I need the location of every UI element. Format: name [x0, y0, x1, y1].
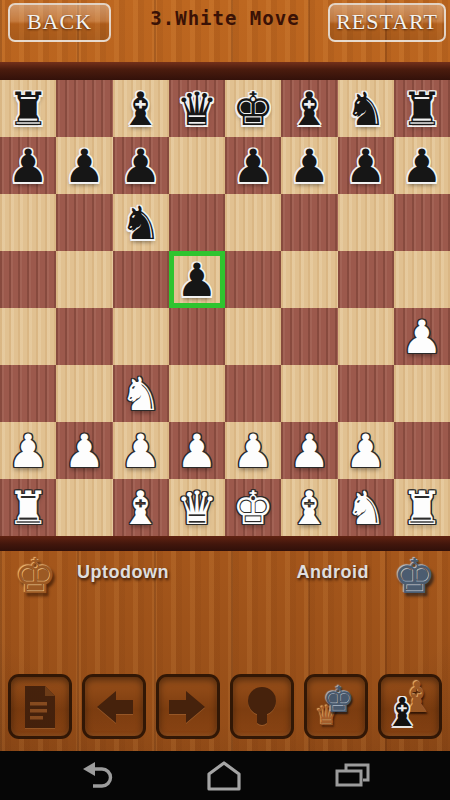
- square-b3[interactable]: [56, 365, 112, 422]
- square-h8[interactable]: ♜: [394, 80, 450, 137]
- square-f8[interactable]: ♝: [281, 80, 337, 137]
- square-b1[interactable]: [56, 479, 112, 536]
- piece-e2-wP: ♟: [225, 422, 281, 479]
- square-g4[interactable]: [338, 308, 394, 365]
- nav-home-icon[interactable]: [204, 761, 244, 791]
- chess-app-screen: BACK 3.White Move RESTART ♜♝♛♚♝♞♜♟♟♟♟♟♟♟…: [0, 0, 450, 800]
- square-a1[interactable]: ♜: [0, 479, 56, 536]
- move-list-icon: [22, 684, 58, 730]
- undo-move-button[interactable]: [82, 674, 146, 739]
- square-a3[interactable]: [0, 365, 56, 422]
- restart-button[interactable]: RESTART: [328, 3, 446, 42]
- square-c1[interactable]: ♝: [113, 479, 169, 536]
- square-f2[interactable]: ♟: [281, 422, 337, 479]
- square-b8[interactable]: [56, 80, 112, 137]
- small-steel-king-icon: ♚: [323, 682, 355, 718]
- square-e4[interactable]: [225, 308, 281, 365]
- square-h4[interactable]: ♟: [394, 308, 450, 365]
- square-d1[interactable]: ♛: [169, 479, 225, 536]
- square-g3[interactable]: [338, 365, 394, 422]
- board-top-edge: [0, 62, 450, 80]
- square-g7[interactable]: ♟: [338, 137, 394, 194]
- square-h7[interactable]: ♟: [394, 137, 450, 194]
- piece-e7-bP: ♟: [225, 137, 281, 194]
- board-bottom-edge: [0, 536, 450, 551]
- square-a8[interactable]: ♜: [0, 80, 56, 137]
- square-f3[interactable]: [281, 365, 337, 422]
- square-h1[interactable]: ♜: [394, 479, 450, 536]
- black-2d-bishop-icon: ♝: [384, 692, 420, 732]
- nav-recents-icon[interactable]: [333, 761, 371, 791]
- piece-h4-wP: ♟: [394, 308, 450, 365]
- square-d7[interactable]: [169, 137, 225, 194]
- redo-arrow-icon: [167, 689, 209, 725]
- piece-set-3d-button[interactable]: ♛ ♚: [304, 674, 368, 739]
- piece-b2-wP: ♟: [56, 422, 112, 479]
- move-list-button[interactable]: [8, 674, 72, 739]
- piece-a7-bP: ♟: [0, 137, 56, 194]
- bottom-toolbar: ♛ ♚ ♝ ♝: [0, 674, 450, 740]
- piece-g2-wP: ♟: [338, 422, 394, 479]
- square-f5[interactable]: [281, 251, 337, 308]
- piece-f8-bB: ♝: [281, 80, 337, 137]
- piece-c7-bP: ♟: [113, 137, 169, 194]
- piece-e1-wK: ♚: [225, 479, 281, 536]
- square-c2[interactable]: ♟: [113, 422, 169, 479]
- square-b2[interactable]: ♟: [56, 422, 112, 479]
- square-c6[interactable]: ♞: [113, 194, 169, 251]
- piece-e8-bK: ♚: [225, 80, 281, 137]
- square-b4[interactable]: [56, 308, 112, 365]
- square-f6[interactable]: [281, 194, 337, 251]
- square-e5[interactable]: [225, 251, 281, 308]
- square-b6[interactable]: [56, 194, 112, 251]
- piece-a8-bR: ♜: [0, 80, 56, 137]
- piece-h1-wR: ♜: [394, 479, 450, 536]
- square-c4[interactable]: [113, 308, 169, 365]
- square-g1[interactable]: ♞: [338, 479, 394, 536]
- square-a6[interactable]: [0, 194, 56, 251]
- piece-a1-wR: ♜: [0, 479, 56, 536]
- square-d8[interactable]: ♛: [169, 80, 225, 137]
- square-h6[interactable]: [394, 194, 450, 251]
- square-e8[interactable]: ♚: [225, 80, 281, 137]
- piece-f2-wP: ♟: [281, 422, 337, 479]
- piece-c3-wN: ♞: [113, 365, 169, 422]
- white-player-name: Uptodown: [77, 562, 169, 583]
- hint-button[interactable]: [230, 674, 294, 739]
- piece-g1-wN: ♞: [338, 479, 394, 536]
- square-e1[interactable]: ♚: [225, 479, 281, 536]
- square-g2[interactable]: ♟: [338, 422, 394, 479]
- square-a4[interactable]: [0, 308, 56, 365]
- piece-c2-wP: ♟: [113, 422, 169, 479]
- brown-3d-bishop-icon: ♝: [398, 677, 436, 719]
- piece-set-2d-button[interactable]: ♝ ♝: [378, 674, 442, 739]
- square-f1[interactable]: ♝: [281, 479, 337, 536]
- piece-g8-bN: ♞: [338, 80, 394, 137]
- square-d4[interactable]: [169, 308, 225, 365]
- square-h2[interactable]: [394, 422, 450, 479]
- piece-d1-wQ: ♛: [169, 479, 225, 536]
- white-player-king-icon: ♚: [14, 550, 57, 602]
- square-a5[interactable]: [0, 251, 56, 308]
- piece-c1-wB: ♝: [113, 479, 169, 536]
- square-d6[interactable]: [169, 194, 225, 251]
- piece-d5-bP: ♟: [169, 251, 225, 308]
- square-h3[interactable]: [394, 365, 450, 422]
- android-nav-bar: [0, 751, 450, 800]
- square-c8[interactable]: ♝: [113, 80, 169, 137]
- piece-h7-bP: ♟: [394, 137, 450, 194]
- square-a2[interactable]: ♟: [0, 422, 56, 479]
- square-c7[interactable]: ♟: [113, 137, 169, 194]
- piece-f1-wB: ♝: [281, 479, 337, 536]
- black-player-name: Android: [296, 562, 369, 583]
- nav-back-icon[interactable]: [79, 761, 115, 791]
- square-d3[interactable]: [169, 365, 225, 422]
- square-f7[interactable]: ♟: [281, 137, 337, 194]
- square-g8[interactable]: ♞: [338, 80, 394, 137]
- piece-a2-wP: ♟: [0, 422, 56, 479]
- hint-bulb-icon: [243, 685, 281, 729]
- square-g5[interactable]: [338, 251, 394, 308]
- black-player-king-icon: ♚: [393, 550, 436, 602]
- redo-move-button[interactable]: [156, 674, 220, 739]
- undo-arrow-icon: [93, 689, 135, 725]
- square-a7[interactable]: ♟: [0, 137, 56, 194]
- player-white: ♚ Uptodown: [14, 550, 169, 602]
- square-e3[interactable]: [225, 365, 281, 422]
- square-b5[interactable]: [56, 251, 112, 308]
- piece-b7-bP: ♟: [56, 137, 112, 194]
- square-c5[interactable]: [113, 251, 169, 308]
- square-e6[interactable]: [225, 194, 281, 251]
- piece-f7-bP: ♟: [281, 137, 337, 194]
- top-bar: BACK 3.White Move RESTART: [0, 0, 450, 62]
- square-f4[interactable]: [281, 308, 337, 365]
- piece-d8-bQ: ♛: [169, 80, 225, 137]
- player-black: Android ♚: [296, 550, 436, 602]
- square-e2[interactable]: ♟: [225, 422, 281, 479]
- piece-h8-bR: ♜: [394, 80, 450, 137]
- piece-d2-wP: ♟: [169, 422, 225, 479]
- players-row: ♚ Uptodown Android ♚: [0, 550, 450, 608]
- square-d2[interactable]: ♟: [169, 422, 225, 479]
- piece-c8-bB: ♝: [113, 80, 169, 137]
- square-e7[interactable]: ♟: [225, 137, 281, 194]
- small-brown-queen-icon: ♛: [315, 702, 339, 729]
- square-c3[interactable]: ♞: [113, 365, 169, 422]
- square-g6[interactable]: [338, 194, 394, 251]
- piece-c6-bN: ♞: [113, 194, 169, 251]
- piece-g7-bP: ♟: [338, 137, 394, 194]
- square-b7[interactable]: ♟: [56, 137, 112, 194]
- square-d5[interactable]: ♟: [169, 251, 225, 308]
- square-h5[interactable]: [394, 251, 450, 308]
- chess-board: ♜♝♛♚♝♞♜♟♟♟♟♟♟♟♞♟♟♞♟♟♟♟♟♟♟♜♝♛♚♝♞♜: [0, 80, 450, 536]
